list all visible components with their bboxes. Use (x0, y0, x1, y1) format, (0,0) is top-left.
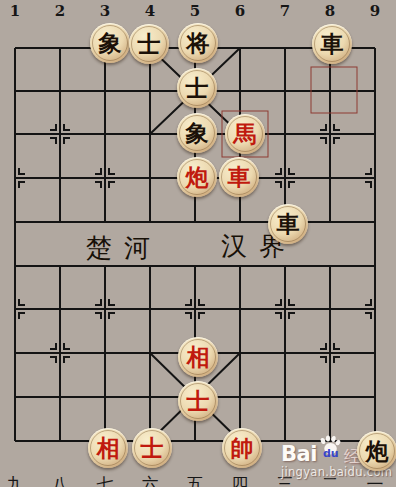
piece-black-士[interactable]: 士 (129, 24, 169, 64)
piece-character: 将 (187, 31, 210, 54)
piece-character: 士 (186, 76, 209, 99)
top-coordinate-label: 7 (280, 2, 290, 20)
piece-character: 帥 (231, 436, 254, 459)
piece-character: 馬 (234, 122, 257, 145)
piece-black-象[interactable]: 象 (177, 113, 217, 153)
piece-red-車[interactable]: 車 (219, 157, 259, 197)
piece-black-車[interactable]: 車 (268, 204, 308, 244)
piece-black-象[interactable]: 象 (90, 23, 130, 63)
piece-character: 車 (277, 212, 300, 235)
piece-black-炮[interactable]: 炮 (357, 431, 396, 471)
piece-red-士[interactable]: 士 (178, 381, 218, 421)
top-coordinate-label: 5 (190, 2, 200, 20)
top-coordinate-label: 2 (55, 2, 65, 20)
piece-character: 相 (187, 345, 210, 368)
piece-character: 相 (97, 436, 120, 459)
last-move-from-marker (311, 67, 358, 114)
bottom-coordinate-label: 八 (52, 473, 69, 487)
bottom-coordinate-label: 六 (142, 473, 159, 487)
piece-red-相[interactable]: 相 (178, 337, 218, 377)
piece-character: 士 (141, 436, 164, 459)
piece-red-士[interactable]: 士 (132, 428, 172, 468)
baidu-paw-icon: du (318, 438, 342, 465)
piece-red-馬[interactable]: 馬 (225, 114, 265, 154)
baidu-logo-text: Bai (281, 444, 317, 465)
piece-black-将[interactable]: 将 (178, 23, 218, 63)
piece-character: 象 (99, 31, 122, 54)
bottom-coordinate-label: 五 (187, 473, 204, 487)
piece-character: 象 (186, 121, 209, 144)
top-coordinate-label: 1 (10, 2, 20, 20)
piece-character: 車 (228, 165, 251, 188)
top-coordinate-label: 9 (370, 2, 380, 20)
top-coordinate-label: 6 (235, 2, 245, 20)
top-coordinate-label: 4 (145, 2, 155, 20)
xiangqi-board: 123456789 九八七六五四三二一 楚河 汉界 Bai du 经验 (0, 0, 396, 487)
bottom-coordinate-label: 九 (7, 473, 24, 487)
piece-black-車[interactable]: 車 (312, 24, 352, 64)
piece-character: 士 (187, 389, 210, 412)
bottom-coordinate-label: 四 (232, 473, 249, 487)
piece-character: 士 (138, 32, 161, 55)
piece-character: 車 (321, 32, 344, 55)
baidu-du-text: du (323, 448, 339, 459)
piece-black-士[interactable]: 士 (177, 68, 217, 108)
piece-red-相[interactable]: 相 (88, 428, 128, 468)
piece-red-帥[interactable]: 帥 (222, 428, 262, 468)
piece-red-炮[interactable]: 炮 (177, 157, 217, 197)
top-coordinate-label: 3 (100, 2, 110, 20)
piece-character: 炮 (186, 165, 209, 188)
top-coordinate-label: 8 (325, 2, 335, 20)
piece-character: 炮 (366, 439, 389, 462)
river-label-chu-he: 楚河 (86, 231, 162, 266)
bottom-coordinate-label: 七 (97, 473, 114, 487)
